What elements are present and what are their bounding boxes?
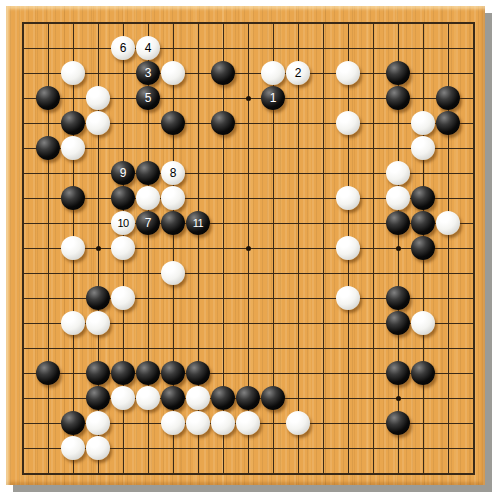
white-stone xyxy=(286,411,310,435)
white-stone: 2 xyxy=(286,61,310,85)
black-stone xyxy=(86,286,110,310)
white-stone xyxy=(411,136,435,160)
star-point xyxy=(396,246,401,251)
star-point xyxy=(246,246,251,251)
black-stone xyxy=(161,386,185,410)
white-stone xyxy=(161,186,185,210)
black-stone xyxy=(261,386,285,410)
white-stone xyxy=(86,436,110,460)
white-stone xyxy=(61,136,85,160)
black-stone xyxy=(211,386,235,410)
white-stone xyxy=(161,411,185,435)
black-stone xyxy=(386,361,410,385)
black-stone: 9 xyxy=(111,161,135,185)
move-number: 5 xyxy=(145,92,152,104)
black-stone: 7 xyxy=(136,211,160,235)
white-stone xyxy=(86,111,110,135)
black-stone xyxy=(36,361,60,385)
move-number: 11 xyxy=(193,218,203,229)
black-stone xyxy=(386,286,410,310)
black-stone xyxy=(386,311,410,335)
black-stone xyxy=(61,411,85,435)
black-stone xyxy=(161,361,185,385)
white-stone xyxy=(336,236,360,260)
black-stone xyxy=(386,86,410,110)
white-stone xyxy=(336,111,360,135)
black-stone xyxy=(111,186,135,210)
white-stone xyxy=(111,236,135,260)
move-number: 9 xyxy=(120,167,127,179)
move-number: 8 xyxy=(170,167,177,179)
black-stone xyxy=(36,86,60,110)
white-stone: 6 xyxy=(111,36,135,60)
white-stone xyxy=(161,61,185,85)
white-stone xyxy=(236,411,260,435)
black-stone xyxy=(236,386,260,410)
black-stone xyxy=(111,361,135,385)
white-stone xyxy=(186,411,210,435)
black-stone xyxy=(186,361,210,385)
white-stone xyxy=(261,61,285,85)
black-stone xyxy=(436,86,460,110)
black-stone xyxy=(386,411,410,435)
star-point xyxy=(246,96,251,101)
black-stone xyxy=(161,111,185,135)
black-stone xyxy=(386,61,410,85)
black-stone xyxy=(411,211,435,235)
black-stone xyxy=(411,186,435,210)
white-stone xyxy=(336,286,360,310)
white-stone: 8 xyxy=(161,161,185,185)
white-stone xyxy=(136,386,160,410)
go-diagram: 6432519810711 xyxy=(0,0,500,500)
white-stone xyxy=(111,386,135,410)
white-stone: 10 xyxy=(111,211,135,235)
white-stone xyxy=(386,186,410,210)
go-board[interactable]: 6432519810711 xyxy=(6,6,485,485)
white-stone xyxy=(61,311,85,335)
black-stone xyxy=(411,236,435,260)
star-point xyxy=(96,246,101,251)
black-stone xyxy=(86,361,110,385)
white-stone xyxy=(411,311,435,335)
white-stone xyxy=(61,236,85,260)
white-stone xyxy=(211,411,235,435)
move-number: 1 xyxy=(270,92,277,104)
white-stone xyxy=(161,261,185,285)
black-stone xyxy=(436,111,460,135)
board-grid: 6432519810711 xyxy=(23,23,474,474)
black-stone xyxy=(411,361,435,385)
white-stone xyxy=(436,211,460,235)
black-stone xyxy=(61,186,85,210)
star-point xyxy=(396,396,401,401)
white-stone xyxy=(61,436,85,460)
white-stone xyxy=(386,161,410,185)
black-stone: 11 xyxy=(186,211,210,235)
white-stone xyxy=(336,186,360,210)
black-stone xyxy=(36,136,60,160)
white-stone xyxy=(61,61,85,85)
white-stone xyxy=(86,311,110,335)
white-stone xyxy=(86,86,110,110)
white-stone: 4 xyxy=(136,36,160,60)
white-stone xyxy=(111,286,135,310)
move-number: 10 xyxy=(117,218,128,229)
white-stone xyxy=(136,186,160,210)
black-stone xyxy=(136,161,160,185)
black-stone: 1 xyxy=(261,86,285,110)
white-stone xyxy=(336,61,360,85)
white-stone xyxy=(186,386,210,410)
black-stone: 5 xyxy=(136,86,160,110)
black-stone xyxy=(136,361,160,385)
black-stone xyxy=(211,61,235,85)
white-stone xyxy=(86,411,110,435)
black-stone xyxy=(61,111,85,135)
black-stone xyxy=(386,211,410,235)
move-number: 6 xyxy=(120,42,127,54)
move-number: 2 xyxy=(295,67,302,79)
move-number: 4 xyxy=(145,42,152,54)
white-stone xyxy=(411,111,435,135)
move-number: 7 xyxy=(145,217,152,229)
black-stone xyxy=(211,111,235,135)
black-stone xyxy=(161,211,185,235)
black-stone: 3 xyxy=(136,61,160,85)
black-stone xyxy=(86,386,110,410)
move-number: 3 xyxy=(145,67,152,79)
